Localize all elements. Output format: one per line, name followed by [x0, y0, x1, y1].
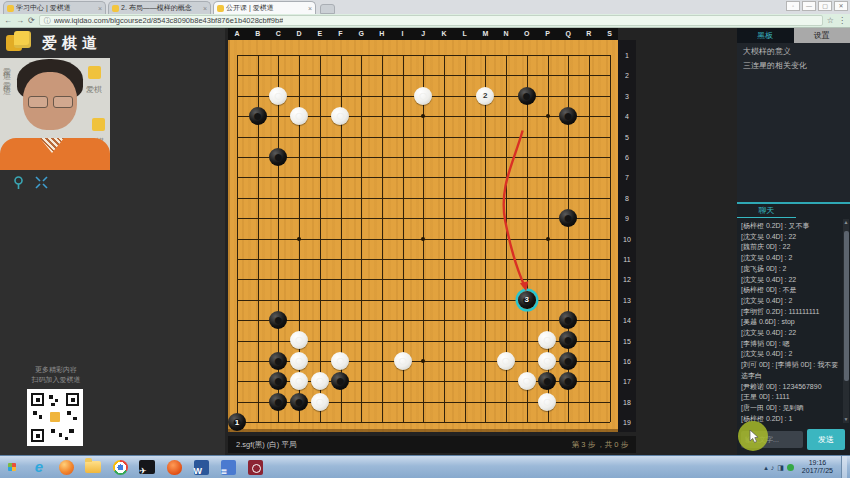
stone-glyph: ○: [418, 87, 428, 105]
row-label: 18: [618, 398, 636, 405]
black-stone-B4[interactable]: ●: [249, 107, 267, 125]
stone-glyph: ○: [542, 393, 552, 411]
logo-text: 爱棋道: [42, 34, 102, 53]
stone-glyph: ●: [253, 107, 263, 125]
row-label: 7: [618, 174, 636, 181]
column-label: I: [402, 30, 404, 37]
chat-message: [沈文昊 0.4D] : 22: [741, 275, 840, 286]
folder-icon[interactable]: [84, 458, 102, 476]
column-label: S: [607, 30, 612, 37]
white-stone-N16[interactable]: ○: [497, 352, 515, 370]
stone-glyph: ●: [294, 393, 304, 411]
white-stone-I16[interactable]: ○: [394, 352, 412, 370]
right-panel: 黑板 设置 大模样的意义三连星的相关变化 聊天 [杨梓橙 0.2D] : 又不事…: [737, 28, 850, 455]
chat-messages: [杨梓橙 0.2D] : 又不事[沈文昊 0.4D] : 22[魏前庆 0D] …: [741, 221, 840, 424]
lesson-topic: 三连星的相关变化: [743, 59, 844, 73]
move-number-label: 3: [518, 291, 536, 309]
scrollbar-thumb[interactable]: [844, 231, 849, 381]
chat-message: [刘可 0D] : [李博韬 0D] : 我不要选李白: [741, 360, 840, 381]
windows-start-icon[interactable]: [3, 458, 21, 476]
board-status-bar: 2.sgf(黑) (白) 平局 第 3 步 ，共 0 步: [228, 436, 636, 453]
promo-text: 更多精彩内容 扫码加入爱棋道: [0, 365, 112, 385]
stone-glyph: ○: [294, 352, 304, 370]
chat-input-row: 发送: [737, 424, 850, 455]
column-label: K: [441, 30, 446, 37]
black-stone-O3[interactable]: ●: [518, 87, 536, 105]
row-labels: 12345678910111213141516171819: [618, 40, 636, 432]
black-stone-Q14[interactable]: ●: [559, 311, 577, 329]
stone-glyph: ○: [274, 87, 284, 105]
qr-center-logo: [48, 410, 62, 424]
black-stone-Q17[interactable]: ●: [559, 372, 577, 390]
tab-title: 2. 布局——模样的概念: [121, 3, 201, 13]
minimize-icon[interactable]: —: [802, 1, 816, 11]
folder-icon-shape: [85, 461, 101, 473]
chat-message: [唐一田 0D] : 见到晒: [741, 403, 840, 414]
column-label: F: [338, 30, 342, 37]
tab-favicon: [112, 5, 119, 12]
tray-network-icon[interactable]: ◨: [777, 464, 784, 471]
info-icon[interactable]: ⓘ: [44, 16, 51, 26]
qq-icon[interactable]: [165, 458, 183, 476]
stone-glyph: ●: [563, 209, 573, 227]
profile-icon[interactable]: ◦: [786, 1, 800, 11]
row-label: 12: [618, 276, 636, 283]
send-button[interactable]: 发送: [807, 429, 845, 450]
qq-icon-shape: [167, 460, 182, 475]
black-stone-Q16[interactable]: ●: [559, 352, 577, 370]
blue-app-icon[interactable]: ≣: [219, 458, 237, 476]
wall-logo-text: 爱棋: [86, 84, 102, 95]
chat-message: [沈文昊 0.4D] : 2: [741, 253, 840, 264]
stone-glyph: ●: [542, 372, 552, 390]
clock-time: 19:16: [802, 459, 833, 468]
white-stone-D16[interactable]: ○: [290, 352, 308, 370]
stone-glyph: ○: [542, 352, 552, 370]
stone-glyph: ●: [563, 372, 573, 390]
chrome-icon[interactable]: [111, 458, 129, 476]
forward-icon[interactable]: →: [16, 17, 24, 25]
row-label: 13: [618, 296, 636, 303]
firefox-icon-shape: [59, 460, 74, 475]
column-label: L: [463, 30, 467, 37]
tab-blackboard[interactable]: 黑板: [737, 28, 794, 43]
system-tray: ▴♪◨ 19:16 2017/7/25: [764, 456, 847, 478]
column-label: J: [421, 30, 425, 37]
chat-message: [吴越 0.6D] : stop: [741, 317, 840, 328]
white-stone-P16[interactable]: ○: [538, 352, 556, 370]
tab-close-icon[interactable]: ×: [203, 5, 207, 12]
stone-glyph: ●: [563, 331, 573, 349]
chat-message: [庞飞扬 0D] : 2: [741, 264, 840, 275]
chat-message: [杨梓橙 0.2D] : 又不事: [741, 221, 840, 232]
move-number-label: 1: [228, 413, 246, 431]
chat-message: [杨梓橙 0D] : 不是: [741, 285, 840, 296]
chat-message: [沈文昊 0.4D] : 2: [741, 349, 840, 360]
cursor-arrow-icon: [748, 430, 759, 443]
stone-glyph: ○: [294, 331, 304, 349]
presenter-cursor-highlight: [738, 421, 768, 451]
black-stone-C18[interactable]: ●: [269, 393, 287, 411]
stone-glyph: ○: [294, 372, 304, 390]
stone-glyph: ●: [563, 107, 573, 125]
column-label: B: [255, 30, 260, 37]
black-stone-C6[interactable]: ●: [269, 148, 287, 166]
row-label: 5: [618, 133, 636, 140]
stone-glyph: ○: [542, 331, 552, 349]
iqidao-logo-icon: [6, 31, 33, 55]
chat-message: [王星 0D] : 1111: [741, 392, 840, 403]
url-text: www.iqidao.com/blgcourse2d/8543c8090b8e4…: [54, 16, 284, 25]
white-stone-E17[interactable]: ○: [311, 372, 329, 390]
show-desktop-button[interactable]: [841, 456, 847, 478]
row-label: 17: [618, 378, 636, 385]
webcam-watermark: 爱棋道 爱棋道: [0, 60, 11, 83]
scroll-down-icon[interactable]: ▼: [843, 416, 849, 423]
toolbar: ←→⟳ ⓘ www.iqidao.com/blgcourse2d/8543c80…: [0, 14, 850, 28]
chat-message: [沈文昊 0.4D] : 22: [741, 232, 840, 243]
stone-glyph: ●: [563, 352, 573, 370]
wall-logo-icon: [92, 118, 105, 131]
clock-date: 2017/7/25: [802, 467, 833, 476]
browser-tab[interactable]: 学习中心 | 爱棋道×: [3, 1, 106, 14]
stone-glyph: ●: [274, 393, 284, 411]
webcam-video: 爱棋道 爱棋道 爱棋 爱棋: [0, 58, 110, 170]
back-icon[interactable]: ←: [4, 17, 12, 25]
scroll-up-icon[interactable]: ▲: [843, 219, 849, 226]
taskbar: e✈W≣ ▴♪◨ 19:16 2017/7/25: [0, 455, 850, 478]
ie-icon[interactable]: e: [30, 458, 48, 476]
taskbar-icons: e✈W≣: [3, 458, 273, 476]
recorder-app-icon[interactable]: [246, 458, 264, 476]
white-stone-F4[interactable]: ○: [331, 107, 349, 125]
column-label: M: [482, 30, 488, 37]
close-icon[interactable]: ✕: [834, 1, 848, 11]
move-counter-text: 第 3 步 ，共 0 步: [572, 440, 628, 450]
browser-tab[interactable]: 2. 布局——模样的概念×: [108, 1, 211, 14]
tab-close-icon[interactable]: ×: [98, 5, 102, 12]
row-label: 3: [618, 92, 636, 99]
chat-message: [沈文昊 0.4D] : 22: [741, 328, 840, 339]
stone-glyph: ○: [315, 393, 325, 411]
column-label: R: [586, 30, 591, 37]
chat-tab-row: 聊天: [737, 204, 850, 218]
nav-icons: ←→⟳: [4, 17, 35, 25]
chat-section: 聊天 [杨梓橙 0.2D] : 又不事[沈文昊 0.4D] : 22[魏前庆 0…: [737, 202, 850, 455]
refresh-icon[interactable]: ⟳: [28, 17, 35, 25]
go-board[interactable]: ○○○2●●○○●●●●3●●○○●●○○○○○●●○○●○●●●●○○●1: [228, 40, 618, 432]
presenter-glasses: [28, 96, 73, 109]
row-label: 2: [618, 72, 636, 79]
address-bar[interactable]: ⓘ www.iqidao.com/blgcourse2d/8543c8090b8…: [39, 15, 823, 26]
tab-title: 公开课 | 爱棋道: [226, 3, 306, 13]
white-stone-E18[interactable]: ○: [311, 393, 329, 411]
column-label: E: [317, 30, 322, 37]
row-label: 10: [618, 235, 636, 242]
browser-menu-icon[interactable]: ⋮: [838, 17, 846, 25]
chat-message: [沈文昊 0.4D] : 2: [741, 296, 840, 307]
word-icon-shape: W: [194, 460, 209, 475]
tray-expand-icon[interactable]: ▴: [764, 464, 768, 471]
black-stone-C14[interactable]: ●: [269, 311, 287, 329]
white-stone-P15[interactable]: ○: [538, 331, 556, 349]
row-label: 9: [618, 215, 636, 222]
tab-favicon: [217, 5, 224, 12]
ie-icon-shape: e: [35, 458, 43, 476]
column-label: Q: [565, 30, 570, 37]
stone-glyph: ●: [563, 311, 573, 329]
lesson-topic: 大模样的意义: [743, 45, 844, 59]
black-stone-A19[interactable]: ●1: [228, 413, 246, 431]
panel-spacer: [737, 75, 850, 202]
wall-logo-icon: [88, 66, 101, 79]
row-label: 15: [618, 337, 636, 344]
move-number-label: 2: [476, 87, 494, 105]
tab-close-icon[interactable]: ×: [308, 5, 312, 12]
column-label: D: [297, 30, 302, 37]
pin-icon[interactable]: [13, 176, 24, 189]
column-label: H: [379, 30, 384, 37]
white-stone-D4[interactable]: ○: [290, 107, 308, 125]
chrome-icon-shape: [113, 460, 128, 475]
bookmark-star-icon[interactable]: ☆: [827, 17, 834, 25]
stone-glyph: ●: [522, 87, 532, 105]
screen: 学习中心 | 爱棋道×2. 布局——模样的概念×公开课 | 爱棋道× ◦—▢✕ …: [0, 0, 850, 478]
black-stone-F17[interactable]: ●: [331, 372, 349, 390]
word-icon[interactable]: W: [192, 458, 210, 476]
black-stone-C17[interactable]: ●: [269, 372, 287, 390]
stone-glyph: ○: [398, 352, 408, 370]
black-stone-D18[interactable]: ●: [290, 393, 308, 411]
stone-glyph: ●: [274, 148, 284, 166]
left-sidebar: 爱棋道 爱棋道 爱棋道 爱棋 爱棋 更多精彩内容 扫码加入爱棋道: [0, 28, 225, 455]
tab-chat[interactable]: 聊天: [737, 204, 796, 218]
tab-strip: 学习中心 | 爱棋道×2. 布局——模样的概念×公开课 | 爱棋道× ◦—▢✕: [0, 0, 850, 14]
row-label: 4: [618, 113, 636, 120]
firefox-icon[interactable]: [57, 458, 75, 476]
maximize-icon[interactable]: ▢: [818, 1, 832, 11]
window-controls: ◦—▢✕: [786, 1, 848, 11]
sgf-status-text: 2.sgf(黑) (白) 平局: [236, 440, 296, 450]
qr-code: [27, 389, 83, 446]
black-stone-Q9[interactable]: ●: [559, 209, 577, 227]
chat-message: [李博韬 0D] : 嗯: [741, 339, 840, 350]
column-label: O: [524, 30, 529, 37]
black-stone-Q15[interactable]: ●: [559, 331, 577, 349]
tray-green-icon[interactable]: [787, 464, 794, 471]
row-label: 1: [618, 52, 636, 59]
logo-row: 爱棋道: [6, 31, 102, 55]
tab-favicon: [7, 5, 14, 12]
black-stone-C16[interactable]: ●: [269, 352, 287, 370]
row-label: 8: [618, 194, 636, 201]
media-app-icon[interactable]: ✈: [138, 458, 156, 476]
promo-line1: 更多精彩内容: [0, 365, 112, 375]
column-label: A: [234, 30, 239, 37]
panel-tabs: 黑板 设置: [737, 28, 850, 43]
row-label: 19: [618, 419, 636, 426]
tab-settings[interactable]: 设置: [794, 28, 850, 43]
stone-glyph: ○: [294, 107, 304, 125]
tab-list: 学习中心 | 爱棋道×2. 布局——模样的概念×公开课 | 爱棋道×: [3, 1, 318, 14]
board-stage: ABCDEFGHIJKLMNOPQRS ○○○2●●○○●●●●3●●○○●●○…: [225, 28, 737, 455]
promo-line2: 扫码加入爱棋道: [0, 375, 112, 385]
white-stone-P18[interactable]: ○: [538, 393, 556, 411]
column-labels: ABCDEFGHIJKLMNOPQRS: [228, 28, 618, 40]
new-tab-button[interactable]: [320, 4, 335, 14]
column-label: P: [545, 30, 550, 37]
fullscreen-icon[interactable]: [35, 176, 48, 189]
chat-scrollbar[interactable]: ▲ ▼: [843, 219, 849, 423]
row-label: 16: [618, 358, 636, 365]
blue-app-icon-shape: ≣: [221, 460, 236, 475]
stone-glyph: ○: [522, 372, 532, 390]
chat-message-list[interactable]: [杨梓橙 0.2D] : 又不事[沈文昊 0.4D] : 22[魏前庆 0D] …: [737, 218, 850, 424]
white-stone-M3[interactable]: ○2: [476, 87, 494, 105]
stone-glyph: ○: [336, 107, 346, 125]
content-row: 爱棋道 爱棋道 爱棋道 爱棋 爱棋 更多精彩内容 扫码加入爱棋道: [0, 28, 850, 455]
white-stone-C3[interactable]: ○: [269, 87, 287, 105]
chat-message: [李明哲 0.2D] : 111111111: [741, 307, 840, 318]
taskbar-clock[interactable]: 19:16 2017/7/25: [802, 459, 833, 476]
webcam-toolbar: [13, 176, 48, 189]
chat-message: [尹赖诺 0D] : 1234567890: [741, 382, 840, 393]
black-stone-Q4[interactable]: ●: [559, 107, 577, 125]
stone-glyph: ●: [336, 372, 346, 390]
column-label: C: [276, 30, 281, 37]
lesson-topics: 大模样的意义三连星的相关变化: [737, 43, 850, 75]
stone-glyph: ●: [274, 372, 284, 390]
tab-title: 学习中心 | 爱棋道: [16, 3, 96, 13]
white-stone-D15[interactable]: ○: [290, 331, 308, 349]
tray-volume-icon[interactable]: ♪: [771, 464, 775, 471]
chat-message: [魏前庆 0D] : 22: [741, 242, 840, 253]
row-label: 11: [618, 256, 636, 263]
recorder-app-icon-shape: [248, 460, 263, 475]
stone-layer: ○○○2●●○○●●●●3●●○○●●○○○○○●●○○●○●●●●○○●1: [227, 45, 620, 432]
black-stone-O13[interactable]: ●3: [518, 291, 536, 309]
column-label: N: [504, 30, 509, 37]
stone-glyph: ○: [501, 352, 511, 370]
white-stone-F16[interactable]: ○: [331, 352, 349, 370]
row-label: 14: [618, 317, 636, 324]
row-label: 6: [618, 154, 636, 161]
white-stone-J3[interactable]: ○: [414, 87, 432, 105]
white-stone-O17[interactable]: ○: [518, 372, 536, 390]
column-label: G: [358, 30, 363, 37]
white-stone-D17[interactable]: ○: [290, 372, 308, 390]
board-block: ABCDEFGHIJKLMNOPQRS ○○○2●●○○●●●●3●●○○●●○…: [228, 28, 636, 453]
media-app-icon-shape: ✈: [139, 460, 155, 474]
stone-glyph: ●: [274, 352, 284, 370]
browser-chrome: 学习中心 | 爱棋道×2. 布局——模样的概念×公开课 | 爱棋道× ◦—▢✕ …: [0, 0, 850, 28]
stone-glyph: ○: [315, 372, 325, 390]
stone-glyph: ●: [274, 311, 284, 329]
black-stone-P17[interactable]: ●: [538, 372, 556, 390]
stone-glyph: ○: [336, 352, 346, 370]
browser-tab[interactable]: 公开课 | 爱棋道×: [213, 1, 316, 14]
